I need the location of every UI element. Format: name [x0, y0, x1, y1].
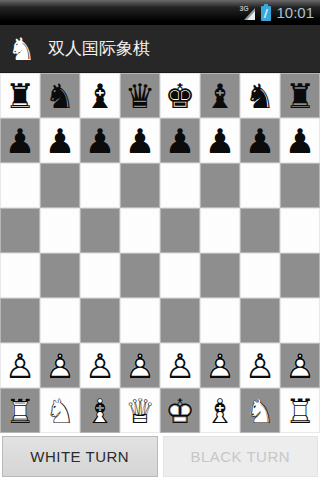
- app-title: 双人国际象棋: [48, 37, 150, 60]
- square-d8[interactable]: ♛: [120, 73, 160, 118]
- piece-white-pawn: ♟♙: [280, 343, 320, 388]
- charging-bolt-icon: [264, 9, 269, 18]
- white-piece-outline-glyph: ♖: [0, 388, 40, 433]
- piece-white-queen: ♛♕: [120, 388, 160, 433]
- square-a5[interactable]: [0, 208, 40, 253]
- square-b3[interactable]: [40, 298, 80, 343]
- piece-white-bishop: ♝♗: [200, 388, 240, 433]
- square-f4[interactable]: [200, 253, 240, 298]
- piece-black-pawn: ♟: [120, 118, 160, 163]
- square-f8[interactable]: ♝: [200, 73, 240, 118]
- white-piece-outline-glyph: ♙: [40, 343, 80, 388]
- piece-white-knight: ♞♘: [240, 388, 280, 433]
- piece-black-rook: ♜: [0, 73, 40, 118]
- piece-white-rook: ♜♖: [280, 388, 320, 433]
- square-f5[interactable]: [200, 208, 240, 253]
- black-piece-glyph: ♟: [160, 118, 200, 163]
- black-piece-glyph: ♚: [160, 73, 200, 118]
- square-a6[interactable]: [0, 163, 40, 208]
- white-piece-outline-glyph: ♘: [240, 388, 280, 433]
- square-e6[interactable]: [160, 163, 200, 208]
- square-h2[interactable]: ♟♙: [280, 343, 320, 388]
- status-clock: 10:01: [276, 0, 314, 25]
- square-b4[interactable]: [40, 253, 80, 298]
- square-e3[interactable]: [160, 298, 200, 343]
- piece-black-pawn: ♟: [0, 118, 40, 163]
- black-piece-glyph: ♛: [120, 73, 160, 118]
- white-piece-outline-glyph: ♙: [160, 343, 200, 388]
- black-piece-glyph: ♟: [120, 118, 160, 163]
- square-f7[interactable]: ♟: [200, 118, 240, 163]
- square-g7[interactable]: ♟: [240, 118, 280, 163]
- square-d2[interactable]: ♟♙: [120, 343, 160, 388]
- black-piece-glyph: ♟: [280, 118, 320, 163]
- square-b6[interactable]: [40, 163, 80, 208]
- square-b8[interactable]: ♞: [40, 73, 80, 118]
- square-g8[interactable]: ♞: [240, 73, 280, 118]
- white-piece-outline-glyph: ♙: [0, 343, 40, 388]
- square-f1[interactable]: ♝♗: [200, 388, 240, 433]
- square-h6[interactable]: [280, 163, 320, 208]
- black-piece-glyph: ♟: [40, 118, 80, 163]
- square-h8[interactable]: ♜: [280, 73, 320, 118]
- square-g5[interactable]: [240, 208, 280, 253]
- status-bar: 3G 10:01: [0, 0, 320, 25]
- signal-strength-icon: 3G: [239, 4, 256, 21]
- square-h3[interactable]: [280, 298, 320, 343]
- battery-charging-icon: [261, 6, 271, 21]
- square-c3[interactable]: [80, 298, 120, 343]
- square-c8[interactable]: ♝: [80, 73, 120, 118]
- piece-white-bishop: ♝♗: [80, 388, 120, 433]
- black-piece-glyph: ♟: [0, 118, 40, 163]
- piece-white-pawn: ♟♙: [0, 343, 40, 388]
- square-e4[interactable]: [160, 253, 200, 298]
- white-piece-outline-glyph: ♙: [80, 343, 120, 388]
- piece-black-pawn: ♟: [280, 118, 320, 163]
- black-piece-glyph: ♝: [200, 73, 240, 118]
- piece-black-queen: ♛: [120, 73, 160, 118]
- signal-triangle-fill: [247, 11, 255, 20]
- piece-black-knight: ♞: [240, 73, 280, 118]
- square-e8[interactable]: ♚: [160, 73, 200, 118]
- square-e5[interactable]: [160, 208, 200, 253]
- piece-white-pawn: ♟♙: [40, 343, 80, 388]
- piece-white-rook: ♜♖: [0, 388, 40, 433]
- white-piece-outline-glyph: ♔: [160, 388, 200, 433]
- piece-white-pawn: ♟♙: [80, 343, 120, 388]
- white-piece-outline-glyph: ♙: [280, 343, 320, 388]
- white-piece-outline-glyph: ♗: [80, 388, 120, 433]
- square-h5[interactable]: [280, 208, 320, 253]
- piece-white-king: ♚♔: [160, 388, 200, 433]
- black-piece-glyph: ♟: [240, 118, 280, 163]
- piece-black-rook: ♜: [280, 73, 320, 118]
- square-b5[interactable]: [40, 208, 80, 253]
- square-a3[interactable]: [0, 298, 40, 343]
- piece-black-pawn: ♟: [40, 118, 80, 163]
- black-piece-glyph: ♜: [0, 73, 40, 118]
- black-piece-glyph: ♟: [80, 118, 120, 163]
- white-turn-button[interactable]: WHITE TURN: [2, 436, 158, 477]
- piece-black-knight: ♞: [40, 73, 80, 118]
- black-piece-glyph: ♜: [280, 73, 320, 118]
- square-e1[interactable]: ♚♔: [160, 388, 200, 433]
- chess-board: ♜♞♝♛♚♝♞♜♟♟♟♟♟♟♟♟♟♙♟♙♟♙♟♙♟♙♟♙♟♙♟♙♜♖♞♘♝♗♛♕…: [0, 73, 320, 433]
- square-f3[interactable]: [200, 298, 240, 343]
- square-e2[interactable]: ♟♙: [160, 343, 200, 388]
- square-d3[interactable]: [120, 298, 160, 343]
- black-piece-glyph: ♝: [80, 73, 120, 118]
- square-a7[interactable]: ♟: [0, 118, 40, 163]
- square-h1[interactable]: ♜♖: [280, 388, 320, 433]
- square-c5[interactable]: [80, 208, 120, 253]
- black-turn-button[interactable]: BLACK TURN: [163, 436, 319, 477]
- square-d5[interactable]: [120, 208, 160, 253]
- square-f2[interactable]: ♟♙: [200, 343, 240, 388]
- piece-black-bishop: ♝: [80, 73, 120, 118]
- piece-white-pawn: ♟♙: [240, 343, 280, 388]
- square-g6[interactable]: [240, 163, 280, 208]
- white-piece-outline-glyph: ♙: [240, 343, 280, 388]
- piece-black-bishop: ♝: [200, 73, 240, 118]
- white-piece-outline-glyph: ♕: [120, 388, 160, 433]
- square-d4[interactable]: [120, 253, 160, 298]
- square-c7[interactable]: ♟: [80, 118, 120, 163]
- piece-black-pawn: ♟: [240, 118, 280, 163]
- piece-white-knight: ♞♘: [40, 388, 80, 433]
- white-piece-outline-glyph: ♗: [200, 388, 240, 433]
- square-g2[interactable]: ♟♙: [240, 343, 280, 388]
- square-a8[interactable]: ♜: [0, 73, 40, 118]
- square-h4[interactable]: [280, 253, 320, 298]
- action-bar: ♞ 双人国际象棋: [0, 25, 320, 73]
- square-c6[interactable]: [80, 163, 120, 208]
- square-b2[interactable]: ♟♙: [40, 343, 80, 388]
- square-g4[interactable]: [240, 253, 280, 298]
- piece-black-pawn: ♟: [200, 118, 240, 163]
- square-c1[interactable]: ♝♗: [80, 388, 120, 433]
- app-knight-icon: ♞: [0, 25, 44, 73]
- square-g3[interactable]: [240, 298, 280, 343]
- square-a1[interactable]: ♜♖: [0, 388, 40, 433]
- square-d6[interactable]: [120, 163, 160, 208]
- black-piece-glyph: ♞: [40, 73, 80, 118]
- square-c4[interactable]: [80, 253, 120, 298]
- white-piece-outline-glyph: ♘: [40, 388, 80, 433]
- square-f6[interactable]: [200, 163, 240, 208]
- square-b1[interactable]: ♞♘: [40, 388, 80, 433]
- square-h7[interactable]: ♟: [280, 118, 320, 163]
- square-a2[interactable]: ♟♙: [0, 343, 40, 388]
- piece-white-pawn: ♟♙: [200, 343, 240, 388]
- black-piece-glyph: ♞: [240, 73, 280, 118]
- square-c2[interactable]: ♟♙: [80, 343, 120, 388]
- piece-black-king: ♚: [160, 73, 200, 118]
- square-d1[interactable]: ♛♕: [120, 388, 160, 433]
- white-piece-outline-glyph: ♖: [280, 388, 320, 433]
- square-b7[interactable]: ♟: [40, 118, 80, 163]
- piece-black-pawn: ♟: [80, 118, 120, 163]
- app-screen: 3G 10:01 ♞ 双人国际象棋 ♜♞♝♛♚♝♞♜♟♟♟♟♟♟♟♟♟♙♟♙♟♙…: [0, 0, 320, 480]
- black-piece-glyph: ♟: [200, 118, 240, 163]
- square-e7[interactable]: ♟: [160, 118, 200, 163]
- square-a4[interactable]: [0, 253, 40, 298]
- piece-black-pawn: ♟: [160, 118, 200, 163]
- white-piece-outline-glyph: ♙: [120, 343, 160, 388]
- square-d7[interactable]: ♟: [120, 118, 160, 163]
- square-g1[interactable]: ♞♘: [240, 388, 280, 433]
- piece-white-pawn: ♟♙: [120, 343, 160, 388]
- turn-buttons-bar: WHITE TURN BLACK TURN: [0, 433, 320, 480]
- white-piece-outline-glyph: ♙: [200, 343, 240, 388]
- piece-white-pawn: ♟♙: [160, 343, 200, 388]
